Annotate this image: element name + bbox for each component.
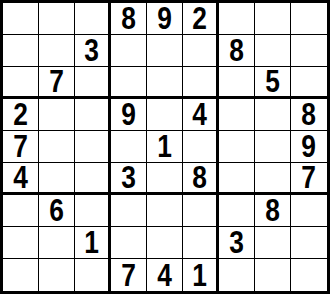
- cell-r9c1[interactable]: [3, 259, 39, 291]
- cell-r7c4[interactable]: [111, 195, 147, 227]
- cell-r4c3[interactable]: [75, 99, 111, 131]
- given-digit: 2: [13, 99, 28, 130]
- cell-r7c9[interactable]: [291, 195, 327, 227]
- cell-r8c9[interactable]: [291, 227, 327, 259]
- cell-r9c4[interactable]: 7: [111, 259, 147, 291]
- cell-r2c4[interactable]: [111, 35, 147, 67]
- cell-r3c4[interactable]: [111, 67, 147, 99]
- cell-r1c2[interactable]: [39, 3, 75, 35]
- cell-r6c3[interactable]: [75, 163, 111, 195]
- cell-r8c2[interactable]: [39, 227, 75, 259]
- cell-r4c8[interactable]: [255, 99, 291, 131]
- cell-r7c3[interactable]: [75, 195, 111, 227]
- cell-r1c9[interactable]: [291, 3, 327, 35]
- cell-r7c5[interactable]: [147, 195, 183, 227]
- cell-r1c4[interactable]: 8: [111, 3, 147, 35]
- cell-r9c3[interactable]: [75, 259, 111, 291]
- cell-r6c9[interactable]: 7: [291, 163, 327, 195]
- cell-r4c6[interactable]: 4: [183, 99, 219, 131]
- cell-r6c1[interactable]: 4: [3, 163, 39, 195]
- cell-r8c5[interactable]: [147, 227, 183, 259]
- cell-r3c2[interactable]: 7: [39, 67, 75, 99]
- given-digit: 3: [84, 35, 99, 66]
- cell-r2c2[interactable]: [39, 35, 75, 67]
- given-digit: 6: [49, 195, 64, 226]
- cell-r4c4[interactable]: 9: [111, 99, 147, 131]
- cell-r2c1[interactable]: [3, 35, 39, 67]
- given-digit: 1: [157, 131, 172, 162]
- cell-r5c8[interactable]: [255, 131, 291, 163]
- cell-r7c2[interactable]: 6: [39, 195, 75, 227]
- cell-r1c6[interactable]: 2: [183, 3, 219, 35]
- cell-r6c7[interactable]: [219, 163, 255, 195]
- cell-r4c5[interactable]: [147, 99, 183, 131]
- cell-r3c6[interactable]: [183, 67, 219, 99]
- cell-r4c9[interactable]: 8: [291, 99, 327, 131]
- given-digit: 4: [13, 163, 28, 193]
- cell-r1c1[interactable]: [3, 3, 39, 35]
- cell-r7c7[interactable]: [219, 195, 255, 227]
- cell-r2c8[interactable]: [255, 35, 291, 67]
- given-digit: 8: [302, 99, 317, 130]
- cell-r3c5[interactable]: [147, 67, 183, 99]
- given-digit: 4: [192, 99, 207, 130]
- cell-r9c6[interactable]: 1: [183, 259, 219, 291]
- given-digit: 8: [121, 3, 136, 34]
- cell-r4c2[interactable]: [39, 99, 75, 131]
- given-digit: 7: [121, 260, 136, 291]
- cell-r5c9[interactable]: 9: [291, 131, 327, 163]
- cell-r1c8[interactable]: [255, 3, 291, 35]
- given-digit: 9: [121, 99, 136, 130]
- given-digit: 7: [13, 131, 28, 162]
- cell-r3c3[interactable]: [75, 67, 111, 99]
- cell-r3c8[interactable]: 5: [255, 67, 291, 99]
- cell-r3c9[interactable]: [291, 67, 327, 99]
- cell-r1c7[interactable]: [219, 3, 255, 35]
- cell-r5c5[interactable]: 1: [147, 131, 183, 163]
- cell-r6c8[interactable]: [255, 163, 291, 195]
- cell-r2c5[interactable]: [147, 35, 183, 67]
- sudoku-board: 8923875294871943876813741: [0, 0, 330, 294]
- cell-r6c6[interactable]: 8: [183, 163, 219, 195]
- cell-r5c4[interactable]: [111, 131, 147, 163]
- cell-r1c3[interactable]: [75, 3, 111, 35]
- given-digit: 2: [192, 3, 207, 34]
- given-digit: 8: [265, 195, 280, 226]
- given-digit: 9: [157, 3, 172, 34]
- given-digit: 7: [302, 163, 317, 193]
- cell-r3c7[interactable]: [219, 67, 255, 99]
- given-digit: 5: [265, 67, 280, 97]
- given-digit: 3: [121, 163, 136, 193]
- cell-r2c7[interactable]: 8: [219, 35, 255, 67]
- cell-r2c3[interactable]: 3: [75, 35, 111, 67]
- cell-r8c8[interactable]: [255, 227, 291, 259]
- cell-r8c6[interactable]: [183, 227, 219, 259]
- given-digit: 9: [302, 131, 317, 162]
- cell-r4c7[interactable]: [219, 99, 255, 131]
- cell-r4c1[interactable]: 2: [3, 99, 39, 131]
- cell-r9c5[interactable]: 4: [147, 259, 183, 291]
- cell-r7c1[interactable]: [3, 195, 39, 227]
- cell-r6c2[interactable]: [39, 163, 75, 195]
- given-digit: 1: [84, 227, 99, 258]
- cell-r6c5[interactable]: [147, 163, 183, 195]
- cell-r2c9[interactable]: [291, 35, 327, 67]
- cell-r8c3[interactable]: 1: [75, 227, 111, 259]
- cell-r9c8[interactable]: [255, 259, 291, 291]
- cell-r5c6[interactable]: [183, 131, 219, 163]
- given-digit: 8: [192, 163, 207, 193]
- cell-r7c6[interactable]: [183, 195, 219, 227]
- given-digit: 1: [192, 260, 207, 291]
- cell-r8c1[interactable]: [3, 227, 39, 259]
- given-digit: 8: [229, 35, 244, 66]
- cell-r8c7[interactable]: 3: [219, 227, 255, 259]
- cell-r3c1[interactable]: [3, 67, 39, 99]
- given-digit: 4: [157, 260, 172, 291]
- cell-r5c2[interactable]: [39, 131, 75, 163]
- cell-r2c6[interactable]: [183, 35, 219, 67]
- given-digit: 3: [229, 227, 244, 258]
- cell-r9c9[interactable]: [291, 259, 327, 291]
- cell-r6c4[interactable]: 3: [111, 163, 147, 195]
- cell-r8c4[interactable]: [111, 227, 147, 259]
- cell-r9c2[interactable]: [39, 259, 75, 291]
- cell-r9c7[interactable]: [219, 259, 255, 291]
- cell-r5c7[interactable]: [219, 131, 255, 163]
- given-digit: 7: [49, 67, 64, 97]
- cell-r1c5[interactable]: 9: [147, 3, 183, 35]
- cell-r7c8[interactable]: 8: [255, 195, 291, 227]
- cell-r5c1[interactable]: 7: [3, 131, 39, 163]
- cell-r5c3[interactable]: [75, 131, 111, 163]
